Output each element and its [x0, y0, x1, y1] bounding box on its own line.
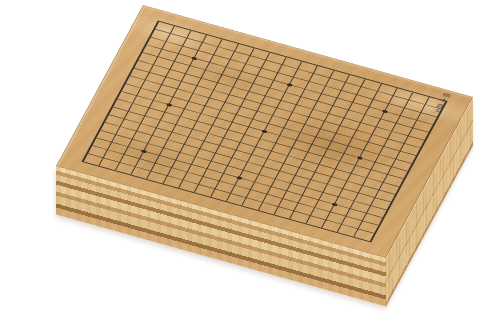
star-point — [262, 130, 268, 134]
star-point — [166, 103, 172, 107]
star-point — [141, 150, 147, 154]
go-board-product-photo: 棋木森天 — [0, 0, 500, 330]
star-point — [357, 156, 363, 160]
star-point — [382, 110, 388, 114]
star-point — [287, 83, 293, 87]
star-point — [332, 203, 338, 207]
page-background: { "page": { "background": "#ffffff", "de… — [0, 0, 500, 330]
star-point — [191, 57, 197, 61]
brand-text: 棋木森天 — [430, 91, 454, 115]
star-point — [236, 176, 242, 180]
